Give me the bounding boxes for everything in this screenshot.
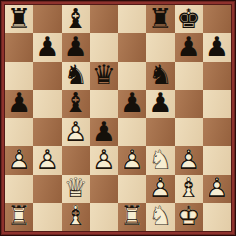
piece-fill-glyph: ♟ — [175, 33, 203, 60]
piece-outline-glyph: ♙ — [90, 146, 118, 173]
square-e7[interactable] — [118, 33, 146, 61]
square-h2[interactable]: ♟♙ — [203, 175, 231, 203]
piece-outline-glyph: ♔ — [175, 203, 203, 230]
piece-outline-glyph: ♙ — [33, 146, 61, 173]
square-e4[interactable] — [118, 118, 146, 146]
black-pawn-h7[interactable]: ♟ — [203, 33, 231, 61]
white-rook-e1[interactable]: ♜♖ — [118, 203, 146, 231]
square-c8[interactable]: ♝ — [62, 5, 90, 33]
black-bishop-c8[interactable]: ♝ — [62, 5, 90, 33]
square-f8[interactable]: ♜ — [146, 5, 174, 33]
square-g2[interactable]: ♝♗ — [175, 175, 203, 203]
white-pawn-e3[interactable]: ♟♙ — [118, 146, 146, 174]
white-queen-c2[interactable]: ♛♕ — [62, 175, 90, 203]
square-g1[interactable]: ♚♔ — [175, 203, 203, 231]
piece-fill-glyph: ♜ — [5, 5, 33, 32]
square-h1[interactable] — [203, 203, 231, 231]
black-knight-c6[interactable]: ♞ — [62, 62, 90, 90]
white-pawn-c4[interactable]: ♟♙ — [62, 118, 90, 146]
black-pawn-e5[interactable]: ♟ — [118, 90, 146, 118]
square-g8[interactable]: ♚ — [175, 5, 203, 33]
square-h6[interactable] — [203, 62, 231, 90]
piece-fill-glyph: ♟ — [62, 33, 90, 60]
square-e8[interactable] — [118, 5, 146, 33]
square-d5[interactable] — [90, 90, 118, 118]
square-d3[interactable]: ♟♙ — [90, 146, 118, 174]
black-rook-f8[interactable]: ♜ — [146, 5, 174, 33]
white-pawn-d3[interactable]: ♟♙ — [90, 146, 118, 174]
square-a4[interactable] — [5, 118, 33, 146]
square-h3[interactable] — [203, 146, 231, 174]
square-e2[interactable] — [118, 175, 146, 203]
square-e6[interactable] — [118, 62, 146, 90]
piece-outline-glyph: ♗ — [175, 175, 203, 202]
piece-outline-glyph: ♙ — [62, 118, 90, 145]
piece-fill-glyph: ♟ — [33, 33, 61, 60]
square-b6[interactable] — [33, 62, 61, 90]
piece-fill-glyph: ♟ — [203, 33, 231, 60]
square-f2[interactable]: ♟♙ — [146, 175, 174, 203]
square-c4[interactable]: ♟♙ — [62, 118, 90, 146]
black-queen-d6[interactable]: ♛ — [90, 62, 118, 90]
black-pawn-g7[interactable]: ♟ — [175, 33, 203, 61]
piece-outline-glyph: ♘ — [146, 203, 174, 230]
piece-fill-glyph: ♜ — [146, 5, 174, 32]
square-f6[interactable]: ♞ — [146, 62, 174, 90]
white-bishop-g2[interactable]: ♝♗ — [175, 175, 203, 203]
square-d8[interactable] — [90, 5, 118, 33]
square-a1[interactable]: ♜♖ — [5, 203, 33, 231]
square-g7[interactable]: ♟ — [175, 33, 203, 61]
square-e5[interactable]: ♟ — [118, 90, 146, 118]
square-b1[interactable] — [33, 203, 61, 231]
square-a8[interactable]: ♜ — [5, 5, 33, 33]
square-c6[interactable]: ♞ — [62, 62, 90, 90]
black-pawn-c7[interactable]: ♟ — [62, 33, 90, 61]
piece-fill-glyph: ♞ — [146, 62, 174, 89]
piece-fill-glyph: ♟ — [118, 90, 146, 117]
square-h7[interactable]: ♟ — [203, 33, 231, 61]
piece-outline-glyph: ♖ — [118, 203, 146, 230]
square-f7[interactable] — [146, 33, 174, 61]
black-pawn-a5[interactable]: ♟ — [5, 90, 33, 118]
white-pawn-b3[interactable]: ♟♙ — [33, 146, 61, 174]
square-f4[interactable] — [146, 118, 174, 146]
square-g3[interactable]: ♟♙ — [175, 146, 203, 174]
square-f1[interactable]: ♞♘ — [146, 203, 174, 231]
white-knight-f3[interactable]: ♞♘ — [146, 146, 174, 174]
square-d2[interactable] — [90, 175, 118, 203]
square-h8[interactable] — [203, 5, 231, 33]
square-b5[interactable] — [33, 90, 61, 118]
square-g4[interactable] — [175, 118, 203, 146]
piece-fill-glyph: ♚ — [175, 5, 203, 32]
black-king-g8[interactable]: ♚ — [175, 5, 203, 33]
white-knight-f1[interactable]: ♞♘ — [146, 203, 174, 231]
square-c7[interactable]: ♟ — [62, 33, 90, 61]
white-bishop-c1[interactable]: ♝♗ — [62, 203, 90, 231]
white-pawn-a3[interactable]: ♟♙ — [5, 146, 33, 174]
square-a2[interactable] — [5, 175, 33, 203]
square-a6[interactable] — [5, 62, 33, 90]
square-c1[interactable]: ♝♗ — [62, 203, 90, 231]
piece-fill-glyph: ♞ — [62, 62, 90, 89]
square-e1[interactable]: ♜♖ — [118, 203, 146, 231]
piece-outline-glyph: ♗ — [62, 203, 90, 230]
white-rook-a1[interactable]: ♜♖ — [5, 203, 33, 231]
square-h4[interactable] — [203, 118, 231, 146]
piece-outline-glyph: ♙ — [203, 175, 231, 202]
square-a7[interactable] — [5, 33, 33, 61]
white-pawn-f2[interactable]: ♟♙ — [146, 175, 174, 203]
black-pawn-f5[interactable]: ♟ — [146, 90, 174, 118]
square-g6[interactable] — [175, 62, 203, 90]
square-h5[interactable] — [203, 90, 231, 118]
piece-fill-glyph: ♝ — [62, 90, 90, 117]
black-bishop-c5[interactable]: ♝ — [62, 90, 90, 118]
piece-fill-glyph: ♛ — [90, 62, 118, 89]
piece-fill-glyph: ♟ — [5, 90, 33, 117]
black-pawn-d4[interactable]: ♟ — [90, 118, 118, 146]
chess-board: ♜♝♜♚♟♟♟♟♞♛♞♟♝♟♟♟♙♟♟♙♟♙♟♙♟♙♞♘♟♙♛♕♟♙♝♗♟♙♜♖… — [5, 5, 231, 231]
square-b3[interactable]: ♟♙ — [33, 146, 61, 174]
square-b7[interactable]: ♟ — [33, 33, 61, 61]
black-knight-f6[interactable]: ♞ — [146, 62, 174, 90]
piece-fill-glyph: ♟ — [146, 90, 174, 117]
square-e3[interactable]: ♟♙ — [118, 146, 146, 174]
square-d1[interactable] — [90, 203, 118, 231]
square-g5[interactable] — [175, 90, 203, 118]
piece-outline-glyph: ♖ — [5, 203, 33, 230]
square-b4[interactable] — [33, 118, 61, 146]
white-king-g1[interactable]: ♚♔ — [175, 203, 203, 231]
piece-outline-glyph: ♕ — [62, 175, 90, 202]
piece-outline-glyph: ♙ — [146, 175, 174, 202]
square-f5[interactable]: ♟ — [146, 90, 174, 118]
white-pawn-h2[interactable]: ♟♙ — [203, 175, 231, 203]
piece-fill-glyph: ♝ — [62, 5, 90, 32]
black-rook-a8[interactable]: ♜ — [5, 5, 33, 33]
square-f3[interactable]: ♞♘ — [146, 146, 174, 174]
board-frame: ♜♝♜♚♟♟♟♟♞♛♞♟♝♟♟♟♙♟♟♙♟♙♟♙♟♙♞♘♟♙♛♕♟♙♝♗♟♙♜♖… — [0, 0, 236, 236]
square-b2[interactable] — [33, 175, 61, 203]
square-c3[interactable] — [62, 146, 90, 174]
square-d6[interactable]: ♛ — [90, 62, 118, 90]
white-pawn-g3[interactable]: ♟♙ — [175, 146, 203, 174]
piece-fill-glyph: ♟ — [90, 118, 118, 145]
square-d4[interactable]: ♟ — [90, 118, 118, 146]
square-a3[interactable]: ♟♙ — [5, 146, 33, 174]
piece-outline-glyph: ♙ — [118, 146, 146, 173]
square-c2[interactable]: ♛♕ — [62, 175, 90, 203]
piece-outline-glyph: ♙ — [5, 146, 33, 173]
piece-outline-glyph: ♙ — [175, 146, 203, 173]
square-c5[interactable]: ♝ — [62, 90, 90, 118]
square-b8[interactable] — [33, 5, 61, 33]
black-pawn-b7[interactable]: ♟ — [33, 33, 61, 61]
square-d7[interactable] — [90, 33, 118, 61]
piece-outline-glyph: ♘ — [146, 146, 174, 173]
square-a5[interactable]: ♟ — [5, 90, 33, 118]
